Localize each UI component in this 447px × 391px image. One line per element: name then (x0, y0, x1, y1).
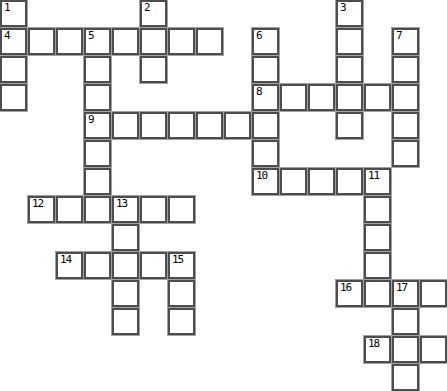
cell-r4c9[interactable] (252, 112, 279, 139)
clue-number: 5 (88, 30, 94, 41)
cell-r9c4[interactable] (112, 252, 139, 279)
cell-r0c5[interactable]: 2 (140, 0, 167, 27)
clue-number: 11 (368, 170, 379, 181)
clue-number: 6 (256, 30, 262, 41)
cell-r1c1[interactable] (28, 28, 55, 55)
cell-r10c15[interactable] (420, 280, 447, 307)
cell-r1c4[interactable] (112, 28, 139, 55)
cell-r3c9[interactable]: 8 (252, 84, 279, 111)
cell-r7c5[interactable] (140, 196, 167, 223)
cell-r6c9[interactable]: 10 (252, 168, 279, 195)
cell-r6c13[interactable]: 11 (364, 168, 391, 195)
cell-r4c3[interactable]: 9 (84, 112, 111, 139)
cell-r7c6[interactable] (168, 196, 195, 223)
crossword-grid: 123456789101112131415161718 (0, 0, 447, 391)
clue-number: 2 (144, 2, 150, 13)
clue-number: 18 (368, 338, 379, 349)
cell-r11c4[interactable] (112, 308, 139, 335)
cell-r1c14[interactable]: 7 (392, 28, 419, 55)
clue-number: 14 (60, 254, 71, 265)
cell-r13c14[interactable] (392, 364, 419, 391)
clue-number: 10 (256, 170, 267, 181)
cell-r10c13[interactable] (364, 280, 391, 307)
cell-r0c12[interactable]: 3 (336, 0, 363, 27)
cell-r5c9[interactable] (252, 140, 279, 167)
cell-r2c5[interactable] (140, 56, 167, 83)
cell-r9c13[interactable] (364, 252, 391, 279)
cell-r2c14[interactable] (392, 56, 419, 83)
cell-r1c6[interactable] (168, 28, 195, 55)
cell-r9c2[interactable]: 14 (56, 252, 83, 279)
cell-r9c5[interactable] (140, 252, 167, 279)
clue-number: 12 (32, 198, 43, 209)
cell-r1c7[interactable] (196, 28, 223, 55)
clue-number: 8 (256, 86, 262, 97)
cell-r11c6[interactable] (168, 308, 195, 335)
cell-r7c2[interactable] (56, 196, 83, 223)
cell-r3c3[interactable] (84, 84, 111, 111)
cell-r3c14[interactable] (392, 84, 419, 111)
cell-r4c14[interactable] (392, 112, 419, 139)
cell-r2c12[interactable] (336, 56, 363, 83)
cell-r4c5[interactable] (140, 112, 167, 139)
cell-r3c11[interactable] (308, 84, 335, 111)
clue-number: 3 (340, 2, 346, 13)
cell-r4c4[interactable] (112, 112, 139, 139)
clue-number: 1 (4, 2, 10, 13)
cell-r7c4[interactable]: 13 (112, 196, 139, 223)
clue-number: 7 (396, 30, 402, 41)
clue-number: 17 (396, 282, 407, 293)
cell-r1c2[interactable] (56, 28, 83, 55)
cell-r12c14[interactable] (392, 336, 419, 363)
cell-r10c6[interactable] (168, 280, 195, 307)
cell-r12c15[interactable] (420, 336, 447, 363)
cell-r4c8[interactable] (224, 112, 251, 139)
cell-r5c14[interactable] (392, 140, 419, 167)
cell-r4c7[interactable] (196, 112, 223, 139)
cell-r5c3[interactable] (84, 140, 111, 167)
cell-r2c0[interactable] (0, 56, 27, 83)
cell-r10c4[interactable] (112, 280, 139, 307)
cell-r6c3[interactable] (84, 168, 111, 195)
cell-r2c3[interactable] (84, 56, 111, 83)
cell-r12c13[interactable]: 18 (364, 336, 391, 363)
cell-r3c10[interactable] (280, 84, 307, 111)
cell-r8c13[interactable] (364, 224, 391, 251)
cell-r1c5[interactable] (140, 28, 167, 55)
cell-r6c11[interactable] (308, 168, 335, 195)
cell-r3c13[interactable] (364, 84, 391, 111)
cell-r10c14[interactable]: 17 (392, 280, 419, 307)
clue-number: 15 (172, 254, 183, 265)
cell-r7c3[interactable] (84, 196, 111, 223)
cell-r7c13[interactable] (364, 196, 391, 223)
cell-r0c0[interactable]: 1 (0, 0, 27, 27)
clue-number: 16 (340, 282, 351, 293)
clue-number: 13 (116, 198, 127, 209)
cell-r9c3[interactable] (84, 252, 111, 279)
cell-r1c12[interactable] (336, 28, 363, 55)
cell-r10c12[interactable]: 16 (336, 280, 363, 307)
clue-number: 4 (4, 30, 10, 41)
cell-r4c6[interactable] (168, 112, 195, 139)
cell-r3c0[interactable] (0, 84, 27, 111)
clue-number: 9 (88, 114, 94, 125)
cell-r11c14[interactable] (392, 308, 419, 335)
cell-r7c1[interactable]: 12 (28, 196, 55, 223)
cell-r1c9[interactable]: 6 (252, 28, 279, 55)
cell-r1c3[interactable]: 5 (84, 28, 111, 55)
cell-r8c4[interactable] (112, 224, 139, 251)
cell-r9c6[interactable]: 15 (168, 252, 195, 279)
cell-r4c12[interactable] (336, 112, 363, 139)
cell-r6c12[interactable] (336, 168, 363, 195)
cell-r2c9[interactable] (252, 56, 279, 83)
cell-r6c10[interactable] (280, 168, 307, 195)
cell-r3c12[interactable] (336, 84, 363, 111)
cell-r1c0[interactable]: 4 (0, 28, 27, 55)
